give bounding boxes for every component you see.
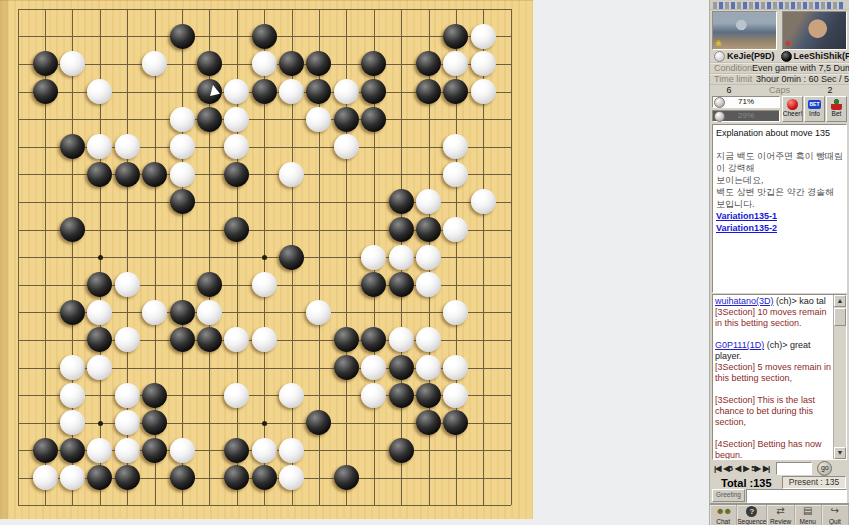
board-intersection[interactable] [497, 381, 524, 409]
board-intersection[interactable] [333, 188, 360, 216]
chat-tool-button[interactable]: ☻☻Chat [710, 505, 737, 525]
board-intersection[interactable] [196, 326, 223, 354]
board-intersection[interactable] [387, 105, 414, 133]
board-intersection[interactable] [442, 161, 469, 189]
board-intersection[interactable] [333, 216, 360, 244]
board-intersection[interactable] [223, 409, 250, 437]
board-intersection[interactable] [4, 464, 31, 492]
board-intersection[interactable] [415, 188, 442, 216]
board-intersection[interactable] [59, 216, 86, 244]
board-intersection[interactable] [196, 133, 223, 161]
board-intersection[interactable] [415, 271, 442, 299]
board-intersection[interactable] [333, 133, 360, 161]
board-intersection[interactable] [86, 50, 113, 78]
board-intersection[interactable] [360, 354, 387, 382]
board-intersection[interactable] [470, 23, 497, 51]
board-intersection[interactable] [196, 0, 223, 23]
board-intersection[interactable] [278, 354, 305, 382]
board-intersection[interactable] [223, 271, 250, 299]
board-intersection[interactable] [251, 381, 278, 409]
board-intersection[interactable] [333, 243, 360, 271]
board-intersection[interactable] [387, 23, 414, 51]
board-intersection[interactable] [278, 409, 305, 437]
board-intersection[interactable] [141, 326, 168, 354]
board-intersection[interactable] [4, 216, 31, 244]
board-intersection[interactable] [251, 354, 278, 382]
variation-link-2[interactable]: Variation135-2 [716, 222, 843, 234]
board-intersection[interactable] [360, 133, 387, 161]
board-intersection[interactable] [223, 78, 250, 106]
board-intersection[interactable] [59, 381, 86, 409]
board-intersection[interactable] [333, 23, 360, 51]
board-intersection[interactable] [31, 161, 58, 189]
board-intersection[interactable] [387, 354, 414, 382]
board-intersection[interactable] [497, 464, 524, 492]
board-intersection[interactable] [442, 354, 469, 382]
board-intersection[interactable] [333, 326, 360, 354]
board-intersection[interactable] [305, 133, 332, 161]
board-intersection[interactable] [31, 437, 58, 465]
board-intersection[interactable] [59, 243, 86, 271]
board-intersection[interactable] [31, 243, 58, 271]
board-intersection[interactable] [59, 23, 86, 51]
board-intersection[interactable] [497, 354, 524, 382]
board-intersection[interactable] [251, 243, 278, 271]
board-intersection[interactable] [196, 105, 223, 133]
board-intersection[interactable] [387, 326, 414, 354]
board-intersection[interactable] [251, 0, 278, 23]
board-intersection[interactable] [114, 50, 141, 78]
board-intersection[interactable] [497, 216, 524, 244]
board-intersection[interactable] [497, 0, 524, 23]
board-intersection[interactable] [360, 492, 387, 519]
board-intersection[interactable] [278, 492, 305, 519]
board-intersection[interactable] [470, 409, 497, 437]
move-number-input[interactable] [776, 462, 812, 475]
board-intersection[interactable] [278, 105, 305, 133]
board-intersection[interactable] [4, 271, 31, 299]
board-intersection[interactable] [360, 0, 387, 23]
board-intersection[interactable] [59, 299, 86, 327]
board-intersection[interactable] [470, 381, 497, 409]
board-intersection[interactable] [305, 464, 332, 492]
board-intersection[interactable] [333, 105, 360, 133]
board-intersection[interactable] [196, 161, 223, 189]
board-intersection[interactable] [278, 161, 305, 189]
board-intersection[interactable] [360, 78, 387, 106]
board-intersection[interactable] [305, 78, 332, 106]
board-intersection[interactable] [196, 243, 223, 271]
cheer-button[interactable]: Cheer! [782, 96, 803, 122]
board-intersection[interactable] [387, 381, 414, 409]
board-intersection[interactable] [168, 0, 195, 23]
board-intersection[interactable] [333, 299, 360, 327]
board-intersection[interactable] [59, 133, 86, 161]
board-intersection[interactable] [141, 271, 168, 299]
board-intersection[interactable] [141, 50, 168, 78]
board-intersection[interactable] [86, 326, 113, 354]
board-intersection[interactable] [278, 216, 305, 244]
board-intersection[interactable] [305, 216, 332, 244]
board-intersection[interactable] [497, 188, 524, 216]
board-intersection[interactable] [223, 326, 250, 354]
board-intersection[interactable] [387, 437, 414, 465]
board-intersection[interactable] [223, 105, 250, 133]
board-intersection[interactable] [251, 216, 278, 244]
info-button[interactable]: BET Info [804, 96, 825, 122]
board-intersection[interactable] [470, 437, 497, 465]
board-intersection[interactable] [470, 243, 497, 271]
board-intersection[interactable] [168, 188, 195, 216]
board-intersection[interactable] [31, 133, 58, 161]
board-intersection[interactable] [360, 243, 387, 271]
go-button[interactable]: go [817, 461, 832, 476]
board-intersection[interactable] [497, 326, 524, 354]
board-intersection[interactable] [4, 0, 31, 23]
board-intersection[interactable] [4, 299, 31, 327]
board-intersection[interactable] [415, 216, 442, 244]
quit-tool-button[interactable]: ↪Quit [822, 505, 849, 525]
board-intersection[interactable] [442, 105, 469, 133]
board-intersection[interactable] [251, 492, 278, 519]
board-intersection[interactable] [114, 354, 141, 382]
board-intersection[interactable] [470, 0, 497, 23]
board-intersection[interactable] [387, 243, 414, 271]
board-intersection[interactable] [196, 492, 223, 519]
board-intersection[interactable] [168, 78, 195, 106]
board-intersection[interactable] [86, 492, 113, 519]
board-intersection[interactable] [31, 78, 58, 106]
board-intersection[interactable] [141, 78, 168, 106]
board-intersection[interactable] [251, 105, 278, 133]
board-intersection[interactable] [415, 381, 442, 409]
board-intersection[interactable] [31, 50, 58, 78]
board-intersection[interactable] [442, 23, 469, 51]
board-intersection[interactable] [31, 0, 58, 23]
board-intersection[interactable] [4, 381, 31, 409]
board-intersection[interactable] [387, 161, 414, 189]
board-intersection[interactable] [360, 381, 387, 409]
board-intersection[interactable] [196, 409, 223, 437]
board-intersection[interactable] [168, 133, 195, 161]
board-intersection[interactable] [305, 409, 332, 437]
board-intersection[interactable] [223, 216, 250, 244]
board-intersection[interactable] [114, 216, 141, 244]
board-intersection[interactable] [360, 326, 387, 354]
board-intersection[interactable] [497, 105, 524, 133]
board-intersection[interactable] [442, 133, 469, 161]
board-intersection[interactable] [59, 326, 86, 354]
board-intersection[interactable] [168, 161, 195, 189]
board-intersection[interactable] [333, 78, 360, 106]
gauge-bar-white[interactable]: 71% [712, 96, 780, 108]
board-intersection[interactable] [497, 437, 524, 465]
board-intersection[interactable] [114, 105, 141, 133]
board-intersection[interactable] [223, 464, 250, 492]
board-intersection[interactable] [278, 78, 305, 106]
board-intersection[interactable] [415, 437, 442, 465]
board-intersection[interactable] [31, 354, 58, 382]
board-intersection[interactable] [196, 354, 223, 382]
board-intersection[interactable] [305, 354, 332, 382]
board-intersection[interactable] [497, 243, 524, 271]
board-intersection[interactable] [470, 492, 497, 519]
board-intersection[interactable] [305, 105, 332, 133]
board-intersection[interactable] [168, 50, 195, 78]
board-intersection[interactable] [251, 409, 278, 437]
board-intersection[interactable] [360, 188, 387, 216]
greeting-tab[interactable]: Greeting [712, 489, 745, 502]
board-intersection[interactable] [86, 188, 113, 216]
board-intersection[interactable] [333, 354, 360, 382]
board-intersection[interactable] [141, 188, 168, 216]
board-intersection[interactable] [196, 437, 223, 465]
board-intersection[interactable] [86, 409, 113, 437]
board-intersection[interactable] [278, 0, 305, 23]
board-intersection[interactable] [31, 188, 58, 216]
board-intersection[interactable] [86, 0, 113, 23]
board-intersection[interactable] [59, 492, 86, 519]
board-intersection[interactable] [415, 105, 442, 133]
nav-button-5[interactable]: ▶| [763, 464, 769, 473]
board-intersection[interactable] [305, 50, 332, 78]
board-intersection[interactable] [497, 409, 524, 437]
board-intersection[interactable] [168, 105, 195, 133]
board-intersection[interactable] [333, 50, 360, 78]
board-intersection[interactable] [168, 381, 195, 409]
board-intersection[interactable] [168, 326, 195, 354]
board-intersection[interactable] [141, 464, 168, 492]
board-intersection[interactable] [4, 492, 31, 519]
variation-link-1[interactable]: Variation135-1 [716, 210, 843, 222]
board-intersection[interactable] [415, 78, 442, 106]
board-intersection[interactable] [223, 23, 250, 51]
board-intersection[interactable] [141, 409, 168, 437]
board-intersection[interactable] [415, 133, 442, 161]
board-intersection[interactable] [114, 188, 141, 216]
board-intersection[interactable] [59, 50, 86, 78]
board-intersection[interactable] [251, 78, 278, 106]
board-intersection[interactable] [497, 299, 524, 327]
board-intersection[interactable] [387, 299, 414, 327]
board-intersection[interactable] [470, 50, 497, 78]
board-intersection[interactable] [387, 78, 414, 106]
board-intersection[interactable] [470, 161, 497, 189]
board-intersection[interactable] [497, 78, 524, 106]
board-intersection[interactable] [196, 464, 223, 492]
chat-input[interactable] [746, 489, 847, 503]
board-intersection[interactable] [442, 50, 469, 78]
review-tool-button[interactable]: ⇄Review [767, 505, 794, 525]
board-intersection[interactable] [497, 161, 524, 189]
board-intersection[interactable] [168, 409, 195, 437]
board-intersection[interactable] [442, 271, 469, 299]
board-intersection[interactable] [114, 492, 141, 519]
board-intersection[interactable] [31, 23, 58, 51]
board-intersection[interactable] [251, 299, 278, 327]
board-intersection[interactable] [470, 299, 497, 327]
board-intersection[interactable] [114, 23, 141, 51]
board-intersection[interactable] [59, 271, 86, 299]
board-intersection[interactable] [278, 243, 305, 271]
chat-username[interactable]: wuihatano(3D) [715, 296, 774, 306]
board-intersection[interactable] [196, 299, 223, 327]
chat-scrollbar[interactable]: ▲ ▼ [833, 295, 846, 459]
board-intersection[interactable] [415, 243, 442, 271]
board-intersection[interactable] [86, 464, 113, 492]
board-intersection[interactable] [141, 492, 168, 519]
gauge-bar-black[interactable]: 29% [712, 110, 780, 122]
board-intersection[interactable] [333, 464, 360, 492]
nav-button-2[interactable]: ◀ [735, 464, 740, 473]
board-intersection[interactable] [442, 381, 469, 409]
board-intersection[interactable] [168, 243, 195, 271]
board-intersection[interactable] [114, 464, 141, 492]
board-intersection[interactable] [114, 133, 141, 161]
board-intersection[interactable] [59, 188, 86, 216]
board-intersection[interactable] [168, 216, 195, 244]
board-intersection[interactable] [223, 243, 250, 271]
board-intersection[interactable] [141, 354, 168, 382]
board-intersection[interactable] [86, 161, 113, 189]
board-intersection[interactable] [497, 23, 524, 51]
board-intersection[interactable] [360, 409, 387, 437]
board-intersection[interactable] [442, 243, 469, 271]
board-intersection[interactable] [59, 0, 86, 23]
board-intersection[interactable] [442, 437, 469, 465]
board-intersection[interactable] [59, 464, 86, 492]
board-intersection[interactable] [415, 354, 442, 382]
bet-button[interactable]: Bet [826, 96, 847, 122]
board-intersection[interactable] [141, 0, 168, 23]
board-intersection[interactable] [223, 437, 250, 465]
board-intersection[interactable] [141, 381, 168, 409]
board-intersection[interactable] [31, 409, 58, 437]
board-intersection[interactable] [251, 23, 278, 51]
board-intersection[interactable] [360, 105, 387, 133]
board-intersection[interactable] [442, 492, 469, 519]
board-intersection[interactable] [196, 381, 223, 409]
board-intersection[interactable] [305, 243, 332, 271]
board-intersection[interactable] [470, 105, 497, 133]
menu-tool-button[interactable]: ▤Menu [795, 505, 822, 525]
nav-button-0[interactable]: |◀ [714, 464, 720, 473]
board-intersection[interactable] [223, 161, 250, 189]
board-intersection[interactable] [333, 0, 360, 23]
board-intersection[interactable] [442, 188, 469, 216]
board-intersection[interactable] [415, 50, 442, 78]
board-intersection[interactable] [141, 161, 168, 189]
board-intersection[interactable] [305, 23, 332, 51]
board-intersection[interactable] [168, 299, 195, 327]
board-intersection[interactable] [223, 188, 250, 216]
board-intersection[interactable] [114, 326, 141, 354]
board-intersection[interactable] [31, 381, 58, 409]
board-intersection[interactable] [4, 188, 31, 216]
board-intersection[interactable] [251, 437, 278, 465]
board-intersection[interactable] [223, 492, 250, 519]
board-intersection[interactable] [415, 161, 442, 189]
board-intersection[interactable] [59, 105, 86, 133]
board-intersection[interactable] [59, 161, 86, 189]
board-intersection[interactable] [4, 23, 31, 51]
board-intersection[interactable] [305, 161, 332, 189]
board-intersection[interactable] [223, 299, 250, 327]
board-intersection[interactable] [86, 78, 113, 106]
scroll-down-icon[interactable]: ▼ [834, 447, 846, 459]
board-intersection[interactable] [305, 0, 332, 23]
board-intersection[interactable] [251, 271, 278, 299]
board-intersection[interactable] [31, 464, 58, 492]
board-intersection[interactable] [305, 437, 332, 465]
board-intersection[interactable] [4, 437, 31, 465]
board-intersection[interactable] [305, 271, 332, 299]
board-intersection[interactable] [387, 133, 414, 161]
board-intersection[interactable] [4, 243, 31, 271]
board-intersection[interactable] [442, 78, 469, 106]
board-intersection[interactable] [86, 437, 113, 465]
board-intersection[interactable] [278, 437, 305, 465]
board-intersection[interactable] [196, 23, 223, 51]
board-intersection[interactable] [4, 354, 31, 382]
board-intersection[interactable] [31, 492, 58, 519]
board-intersection[interactable] [333, 409, 360, 437]
board-intersection[interactable] [168, 437, 195, 465]
board-intersection[interactable] [333, 381, 360, 409]
board-intersection[interactable] [360, 437, 387, 465]
board-intersection[interactable] [223, 354, 250, 382]
board-intersection[interactable] [59, 354, 86, 382]
board-intersection[interactable] [415, 23, 442, 51]
board-intersection[interactable] [470, 464, 497, 492]
board-intersection[interactable] [4, 50, 31, 78]
board-intersection[interactable] [497, 50, 524, 78]
board-intersection[interactable] [31, 299, 58, 327]
board-intersection[interactable] [168, 23, 195, 51]
board-intersection[interactable] [86, 381, 113, 409]
board-intersection[interactable] [196, 188, 223, 216]
board-intersection[interactable] [86, 133, 113, 161]
board-intersection[interactable] [168, 271, 195, 299]
board-intersection[interactable] [360, 271, 387, 299]
board-intersection[interactable] [278, 271, 305, 299]
board-intersection[interactable] [387, 271, 414, 299]
board-intersection[interactable] [470, 133, 497, 161]
board-intersection[interactable] [415, 464, 442, 492]
board-intersection[interactable] [278, 381, 305, 409]
board-intersection[interactable] [333, 161, 360, 189]
board-intersection[interactable] [31, 105, 58, 133]
board-intersection[interactable] [86, 299, 113, 327]
board-intersection[interactable] [387, 50, 414, 78]
board-intersection[interactable] [387, 409, 414, 437]
board-intersection[interactable] [278, 464, 305, 492]
board-intersection[interactable] [278, 23, 305, 51]
board-intersection[interactable] [86, 105, 113, 133]
board-intersection[interactable] [415, 492, 442, 519]
board-intersection[interactable] [59, 437, 86, 465]
board-intersection[interactable] [114, 243, 141, 271]
board-intersection[interactable] [497, 133, 524, 161]
board-intersection[interactable] [31, 271, 58, 299]
board-intersection[interactable] [470, 326, 497, 354]
board-intersection[interactable] [415, 409, 442, 437]
scroll-up-icon[interactable]: ▲ [834, 295, 846, 307]
board-intersection[interactable] [360, 464, 387, 492]
board-intersection[interactable] [223, 133, 250, 161]
board-intersection[interactable] [141, 23, 168, 51]
nav-button-4[interactable]: 5▶ [751, 464, 760, 473]
